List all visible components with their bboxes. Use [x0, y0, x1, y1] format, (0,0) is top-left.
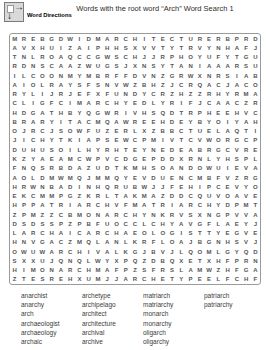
- grid-cell[interactable]: I: [177, 228, 186, 237]
- grid-cell[interactable]: N: [204, 71, 213, 80]
- grid-cell[interactable]: D: [56, 34, 65, 43]
- grid-cell[interactable]: M: [47, 173, 56, 182]
- grid-cell[interactable]: C: [177, 127, 186, 136]
- grid-cell[interactable]: Y: [75, 108, 84, 117]
- grid-cell[interactable]: A: [140, 201, 149, 210]
- grid-cell[interactable]: R: [93, 228, 102, 237]
- grid-cell[interactable]: R: [158, 53, 167, 62]
- grid-cell[interactable]: R: [158, 265, 167, 274]
- grid-cell[interactable]: J: [251, 219, 260, 228]
- grid-cell[interactable]: W: [75, 127, 84, 136]
- grid-cell[interactable]: C: [29, 191, 38, 200]
- grid-cell[interactable]: C: [10, 99, 19, 108]
- grid-cell[interactable]: D: [177, 191, 186, 200]
- grid-cell[interactable]: N: [56, 71, 65, 80]
- grid-cell[interactable]: S: [121, 43, 130, 52]
- grid-cell[interactable]: H: [251, 117, 260, 126]
- grid-cell[interactable]: D: [167, 154, 176, 163]
- grid-cell[interactable]: Y: [140, 210, 149, 219]
- grid-cell[interactable]: B: [66, 210, 75, 219]
- grid-cell[interactable]: A: [241, 71, 250, 80]
- grid-cell[interactable]: G: [232, 136, 241, 145]
- grid-cell[interactable]: O: [251, 80, 260, 89]
- grid-cell[interactable]: T: [19, 275, 28, 284]
- grid-cell[interactable]: A: [214, 62, 223, 71]
- grid-cell[interactable]: L: [158, 238, 167, 247]
- grid-cell[interactable]: Z: [10, 210, 19, 219]
- grid-cell[interactable]: C: [75, 228, 84, 237]
- grid-cell[interactable]: C: [38, 228, 47, 237]
- grid-cell[interactable]: E: [140, 154, 149, 163]
- grid-cell[interactable]: U: [103, 219, 112, 228]
- grid-cell[interactable]: A: [204, 80, 213, 89]
- grid-cell[interactable]: E: [167, 173, 176, 182]
- grid-cell[interactable]: G: [29, 108, 38, 117]
- grid-cell[interactable]: G: [241, 53, 250, 62]
- grid-cell[interactable]: N: [93, 210, 102, 219]
- grid-cell[interactable]: I: [38, 90, 47, 99]
- grid-cell[interactable]: T: [195, 256, 204, 265]
- grid-cell[interactable]: C: [93, 201, 102, 210]
- grid-cell[interactable]: X: [195, 210, 204, 219]
- grid-cell[interactable]: U: [204, 53, 213, 62]
- grid-cell[interactable]: G: [93, 53, 102, 62]
- grid-cell[interactable]: N: [149, 145, 158, 154]
- grid-cell[interactable]: M: [10, 34, 19, 43]
- grid-cell[interactable]: D: [10, 219, 19, 228]
- grid-cell[interactable]: R: [140, 238, 149, 247]
- grid-cell[interactable]: P: [29, 201, 38, 210]
- grid-cell[interactable]: P: [19, 210, 28, 219]
- grid-cell[interactable]: Y: [47, 136, 56, 145]
- grid-cell[interactable]: D: [167, 117, 176, 126]
- grid-cell[interactable]: A: [251, 210, 260, 219]
- grid-cell[interactable]: E: [251, 228, 260, 237]
- grid-cell[interactable]: X: [130, 43, 139, 52]
- grid-cell[interactable]: R: [223, 136, 232, 145]
- grid-cell[interactable]: V: [140, 173, 149, 182]
- grid-cell[interactable]: U: [195, 127, 204, 136]
- grid-cell[interactable]: Q: [84, 108, 93, 117]
- grid-cell[interactable]: O: [19, 173, 28, 182]
- grid-cell[interactable]: P: [241, 154, 250, 163]
- grid-cell[interactable]: Z: [158, 80, 167, 89]
- grid-cell[interactable]: U: [84, 275, 93, 284]
- grid-cell[interactable]: S: [140, 265, 149, 274]
- grid-cell[interactable]: T: [186, 127, 195, 136]
- grid-cell[interactable]: H: [112, 99, 121, 108]
- grid-cell[interactable]: H: [103, 201, 112, 210]
- grid-cell[interactable]: A: [251, 164, 260, 173]
- grid-cell[interactable]: E: [112, 127, 121, 136]
- grid-cell[interactable]: C: [241, 136, 250, 145]
- grid-cell[interactable]: F: [121, 201, 130, 210]
- grid-cell[interactable]: X: [29, 256, 38, 265]
- grid-cell[interactable]: R: [186, 80, 195, 89]
- grid-cell[interactable]: A: [251, 90, 260, 99]
- grid-cell[interactable]: C: [121, 53, 130, 62]
- grid-cell[interactable]: Y: [75, 71, 84, 80]
- grid-cell[interactable]: R: [186, 108, 195, 117]
- grid-cell[interactable]: C: [75, 53, 84, 62]
- grid-cell[interactable]: I: [75, 136, 84, 145]
- grid-cell[interactable]: W: [204, 164, 213, 173]
- grid-cell[interactable]: R: [19, 182, 28, 191]
- grid-cell[interactable]: M: [93, 117, 102, 126]
- grid-cell[interactable]: H: [130, 53, 139, 62]
- grid-cell[interactable]: D: [29, 219, 38, 228]
- grid-cell[interactable]: H: [29, 145, 38, 154]
- grid-cell[interactable]: T: [158, 43, 167, 52]
- grid-cell[interactable]: A: [121, 228, 130, 237]
- grid-cell[interactable]: R: [130, 117, 139, 126]
- grid-cell[interactable]: K: [130, 238, 139, 247]
- grid-cell[interactable]: K: [19, 191, 28, 200]
- grid-cell[interactable]: Z: [19, 154, 28, 163]
- grid-cell[interactable]: C: [149, 90, 158, 99]
- grid-cell[interactable]: T: [47, 108, 56, 117]
- grid-cell[interactable]: M: [84, 71, 93, 80]
- grid-cell[interactable]: E: [29, 34, 38, 43]
- grid-cell[interactable]: V: [112, 80, 121, 89]
- grid-cell[interactable]: T: [241, 127, 250, 136]
- grid-cell[interactable]: P: [167, 53, 176, 62]
- grid-cell[interactable]: R: [93, 191, 102, 200]
- grid-cell[interactable]: A: [177, 238, 186, 247]
- grid-cell[interactable]: J: [47, 256, 56, 265]
- grid-cell[interactable]: V: [232, 145, 241, 154]
- grid-cell[interactable]: S: [38, 275, 47, 284]
- grid-cell[interactable]: Y: [214, 154, 223, 163]
- grid-cell[interactable]: A: [103, 247, 112, 256]
- grid-cell[interactable]: V: [241, 238, 250, 247]
- grid-cell[interactable]: C: [56, 99, 65, 108]
- grid-cell[interactable]: D: [19, 62, 28, 71]
- grid-cell[interactable]: R: [84, 201, 93, 210]
- grid-cell[interactable]: O: [38, 265, 47, 274]
- grid-cell[interactable]: U: [38, 256, 47, 265]
- grid-cell[interactable]: E: [251, 145, 260, 154]
- grid-cell[interactable]: S: [103, 136, 112, 145]
- grid-cell[interactable]: V: [158, 247, 167, 256]
- grid-cell[interactable]: C: [140, 275, 149, 284]
- grid-cell[interactable]: J: [47, 90, 56, 99]
- grid-cell[interactable]: I: [56, 117, 65, 126]
- grid-cell[interactable]: C: [29, 136, 38, 145]
- grid-cell[interactable]: P: [149, 154, 158, 163]
- grid-cell[interactable]: W: [84, 154, 93, 163]
- grid-cell[interactable]: G: [66, 191, 75, 200]
- grid-cell[interactable]: R: [56, 201, 65, 210]
- grid-cell[interactable]: K: [121, 247, 130, 256]
- grid-cell[interactable]: V: [103, 154, 112, 163]
- grid-cell[interactable]: G: [223, 247, 232, 256]
- grid-cell[interactable]: L: [204, 154, 213, 163]
- grid-cell[interactable]: C: [103, 99, 112, 108]
- grid-cell[interactable]: S: [112, 53, 121, 62]
- grid-cell[interactable]: R: [204, 145, 213, 154]
- grid-cell[interactable]: D: [10, 145, 19, 154]
- grid-cell[interactable]: R: [195, 34, 204, 43]
- grid-cell[interactable]: L: [177, 247, 186, 256]
- grid-cell[interactable]: B: [47, 182, 56, 191]
- grid-cell[interactable]: U: [93, 164, 102, 173]
- grid-cell[interactable]: E: [232, 164, 241, 173]
- grid-cell[interactable]: R: [130, 275, 139, 284]
- grid-cell[interactable]: L: [29, 53, 38, 62]
- grid-cell[interactable]: M: [38, 191, 47, 200]
- grid-cell[interactable]: N: [19, 53, 28, 62]
- grid-cell[interactable]: R: [38, 117, 47, 126]
- grid-cell[interactable]: B: [149, 247, 158, 256]
- grid-cell[interactable]: L: [251, 154, 260, 163]
- grid-cell[interactable]: E: [204, 34, 213, 43]
- grid-cell[interactable]: T: [167, 62, 176, 71]
- grid-cell[interactable]: N: [204, 210, 213, 219]
- grid-cell[interactable]: B: [195, 145, 204, 154]
- grid-cell[interactable]: C: [47, 62, 56, 71]
- grid-cell[interactable]: W: [29, 182, 38, 191]
- grid-cell[interactable]: C: [177, 80, 186, 89]
- grid-cell[interactable]: J: [149, 182, 158, 191]
- grid-cell[interactable]: C: [195, 201, 204, 210]
- grid-cell[interactable]: A: [10, 43, 19, 52]
- grid-cell[interactable]: N: [47, 265, 56, 274]
- grid-cell[interactable]: Q: [75, 173, 84, 182]
- grid-cell[interactable]: M: [75, 210, 84, 219]
- grid-cell[interactable]: A: [241, 117, 250, 126]
- grid-cell[interactable]: W: [56, 173, 65, 182]
- grid-cell[interactable]: A: [121, 275, 130, 284]
- grid-cell[interactable]: M: [93, 275, 102, 284]
- grid-cell[interactable]: X: [204, 256, 213, 265]
- grid-cell[interactable]: O: [56, 145, 65, 154]
- grid-cell[interactable]: B: [84, 219, 93, 228]
- grid-cell[interactable]: L: [29, 173, 38, 182]
- grid-cell[interactable]: C: [38, 127, 47, 136]
- grid-cell[interactable]: V: [112, 201, 121, 210]
- grid-cell[interactable]: Y: [177, 275, 186, 284]
- grid-cell[interactable]: D: [38, 173, 47, 182]
- grid-cell[interactable]: Q: [84, 238, 93, 247]
- grid-cell[interactable]: R: [47, 164, 56, 173]
- grid-cell[interactable]: N: [66, 256, 75, 265]
- grid-cell[interactable]: I: [121, 108, 130, 117]
- grid-cell[interactable]: O: [112, 219, 121, 228]
- grid-cell[interactable]: M: [241, 90, 250, 99]
- grid-cell[interactable]: H: [223, 265, 232, 274]
- grid-cell[interactable]: I: [232, 71, 241, 80]
- grid-cell[interactable]: U: [93, 62, 102, 71]
- grid-cell[interactable]: J: [167, 247, 176, 256]
- grid-cell[interactable]: S: [186, 210, 195, 219]
- grid-cell[interactable]: E: [177, 145, 186, 154]
- grid-cell[interactable]: S: [149, 164, 158, 173]
- grid-cell[interactable]: V: [241, 228, 250, 237]
- grid-cell[interactable]: D: [251, 34, 260, 43]
- grid-cell[interactable]: I: [177, 99, 186, 108]
- grid-cell[interactable]: U: [47, 43, 56, 52]
- grid-cell[interactable]: C: [251, 108, 260, 117]
- grid-cell[interactable]: T: [204, 228, 213, 237]
- grid-cell[interactable]: M: [140, 191, 149, 200]
- grid-cell[interactable]: N: [251, 256, 260, 265]
- grid-cell[interactable]: I: [251, 127, 260, 136]
- grid-cell[interactable]: A: [84, 136, 93, 145]
- grid-cell[interactable]: D: [66, 182, 75, 191]
- grid-cell[interactable]: C: [186, 173, 195, 182]
- grid-cell[interactable]: I: [223, 117, 232, 126]
- grid-cell[interactable]: M: [103, 173, 112, 182]
- grid-cell[interactable]: I: [84, 43, 93, 52]
- grid-cell[interactable]: R: [232, 62, 241, 71]
- grid-cell[interactable]: D: [167, 145, 176, 154]
- grid-cell[interactable]: M: [93, 265, 102, 274]
- grid-cell[interactable]: C: [75, 265, 84, 274]
- grid-cell[interactable]: S: [10, 256, 19, 265]
- grid-cell[interactable]: A: [103, 238, 112, 247]
- grid-cell[interactable]: D: [121, 154, 130, 163]
- grid-cell[interactable]: V: [232, 210, 241, 219]
- grid-cell[interactable]: J: [103, 275, 112, 284]
- grid-cell[interactable]: Q: [158, 108, 167, 117]
- grid-cell[interactable]: R: [177, 71, 186, 80]
- grid-cell[interactable]: N: [19, 238, 28, 247]
- grid-cell[interactable]: R: [10, 62, 19, 71]
- grid-cell[interactable]: O: [38, 71, 47, 80]
- grid-cell[interactable]: L: [103, 191, 112, 200]
- grid-cell[interactable]: V: [19, 43, 28, 52]
- grid-cell[interactable]: R: [186, 43, 195, 52]
- grid-cell[interactable]: U: [158, 173, 167, 182]
- grid-cell[interactable]: I: [66, 228, 75, 237]
- grid-cell[interactable]: J: [195, 99, 204, 108]
- grid-cell[interactable]: F: [112, 265, 121, 274]
- grid-cell[interactable]: A: [232, 191, 241, 200]
- grid-cell[interactable]: D: [149, 256, 158, 265]
- grid-cell[interactable]: H: [241, 275, 250, 284]
- grid-cell[interactable]: F: [241, 43, 250, 52]
- grid-cell[interactable]: C: [214, 80, 223, 89]
- grid-cell[interactable]: C: [223, 145, 232, 154]
- grid-cell[interactable]: S: [112, 62, 121, 71]
- grid-cell[interactable]: W: [121, 117, 130, 126]
- grid-cell[interactable]: B: [130, 182, 139, 191]
- grid-cell[interactable]: E: [130, 228, 139, 237]
- grid-cell[interactable]: H: [112, 228, 121, 237]
- grid-cell[interactable]: E: [130, 145, 139, 154]
- grid-cell[interactable]: E: [158, 145, 167, 154]
- grid-cell[interactable]: M: [66, 71, 75, 80]
- grid-cell[interactable]: A: [103, 210, 112, 219]
- grid-cell[interactable]: A: [149, 191, 158, 200]
- grid-cell[interactable]: S: [56, 127, 65, 136]
- grid-cell[interactable]: S: [75, 80, 84, 89]
- grid-cell[interactable]: B: [251, 71, 260, 80]
- grid-cell[interactable]: P: [195, 108, 204, 117]
- grid-cell[interactable]: Z: [66, 219, 75, 228]
- grid-cell[interactable]: Q: [112, 173, 121, 182]
- grid-cell[interactable]: M: [47, 191, 56, 200]
- grid-cell[interactable]: H: [149, 80, 158, 89]
- grid-cell[interactable]: P: [251, 136, 260, 145]
- grid-cell[interactable]: R: [251, 99, 260, 108]
- grid-cell[interactable]: C: [186, 136, 195, 145]
- grid-cell[interactable]: Y: [103, 256, 112, 265]
- grid-cell[interactable]: F: [10, 164, 19, 173]
- grid-cell[interactable]: R: [47, 80, 56, 89]
- grid-cell[interactable]: C: [130, 136, 139, 145]
- grid-cell[interactable]: Z: [214, 265, 223, 274]
- grid-cell[interactable]: I: [66, 99, 75, 108]
- grid-cell[interactable]: V: [149, 43, 158, 52]
- grid-cell[interactable]: I: [66, 145, 75, 154]
- grid-cell[interactable]: F: [93, 219, 102, 228]
- grid-cell[interactable]: A: [56, 228, 65, 237]
- grid-cell[interactable]: Q: [29, 164, 38, 173]
- grid-cell[interactable]: B: [66, 108, 75, 117]
- grid-cell[interactable]: E: [204, 275, 213, 284]
- grid-cell[interactable]: G: [167, 71, 176, 80]
- grid-cell[interactable]: F: [214, 53, 223, 62]
- grid-cell[interactable]: A: [177, 201, 186, 210]
- grid-cell[interactable]: F: [149, 238, 158, 247]
- grid-cell[interactable]: Q: [195, 80, 204, 89]
- grid-cell[interactable]: G: [241, 265, 250, 274]
- grid-cell[interactable]: H: [10, 238, 19, 247]
- grid-cell[interactable]: A: [56, 80, 65, 89]
- grid-cell[interactable]: G: [214, 145, 223, 154]
- grid-cell[interactable]: J: [10, 136, 19, 145]
- grid-cell[interactable]: P: [223, 210, 232, 219]
- grid-cell[interactable]: J: [66, 90, 75, 99]
- grid-cell[interactable]: R: [112, 108, 121, 117]
- grid-cell[interactable]: L: [130, 127, 139, 136]
- grid-cell[interactable]: A: [223, 127, 232, 136]
- grid-cell[interactable]: D: [223, 201, 232, 210]
- grid-cell[interactable]: S: [38, 62, 47, 71]
- grid-cell[interactable]: R: [158, 201, 167, 210]
- grid-cell[interactable]: Y: [241, 182, 250, 191]
- grid-cell[interactable]: Y: [232, 117, 241, 126]
- grid-cell[interactable]: P: [19, 201, 28, 210]
- grid-cell[interactable]: O: [214, 117, 223, 126]
- grid-cell[interactable]: D: [140, 99, 149, 108]
- grid-cell[interactable]: Y: [158, 62, 167, 71]
- grid-cell[interactable]: H: [10, 201, 19, 210]
- grid-cell[interactable]: F: [204, 219, 213, 228]
- grid-cell[interactable]: V: [232, 182, 241, 191]
- grid-cell[interactable]: H: [56, 108, 65, 117]
- grid-cell[interactable]: P: [93, 136, 102, 145]
- grid-cell[interactable]: T: [177, 43, 186, 52]
- grid-cell[interactable]: L: [10, 228, 19, 237]
- grid-cell[interactable]: U: [121, 182, 130, 191]
- grid-cell[interactable]: A: [56, 53, 65, 62]
- grid-cell[interactable]: T: [66, 117, 75, 126]
- grid-cell[interactable]: O: [195, 247, 204, 256]
- grid-cell[interactable]: X: [75, 275, 84, 284]
- grid-cell[interactable]: L: [112, 247, 121, 256]
- grid-cell[interactable]: F: [251, 275, 260, 284]
- grid-cell[interactable]: A: [121, 191, 130, 200]
- grid-cell[interactable]: A: [186, 145, 195, 154]
- grid-cell[interactable]: E: [75, 90, 84, 99]
- grid-cell[interactable]: P: [232, 34, 241, 43]
- grid-cell[interactable]: Q: [186, 247, 195, 256]
- grid-cell[interactable]: I: [56, 43, 65, 52]
- grid-cell[interactable]: O: [186, 53, 195, 62]
